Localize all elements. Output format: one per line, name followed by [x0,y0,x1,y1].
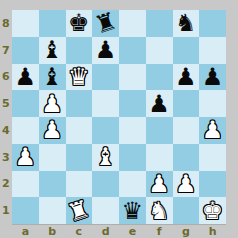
square-a5[interactable] [12,90,39,117]
piece-white-pawn[interactable]: ♟ [202,118,224,142]
square-h5[interactable] [199,90,226,117]
piece-white-rook[interactable]: ♜ [65,196,93,225]
square-b7[interactable]: ♝ [39,37,66,64]
square-c8[interactable]: ♚ [66,10,93,37]
piece-black-queen[interactable]: ♛ [122,199,144,223]
square-g7[interactable] [173,37,200,64]
square-a4[interactable] [12,117,39,144]
file-label-h: h [199,224,226,238]
square-d1[interactable] [92,197,119,224]
square-g5[interactable] [173,90,200,117]
file-label-d: d [92,224,119,238]
square-h7[interactable] [199,37,226,64]
square-d8[interactable]: ♜ [92,10,119,37]
square-b5[interactable]: ♟ [39,90,66,117]
piece-black-king[interactable]: ♚ [68,11,90,35]
square-c3[interactable] [66,144,93,171]
square-d3[interactable]: ♝ [92,144,119,171]
square-h6[interactable]: ♟ [199,64,226,91]
square-c1[interactable]: ♜ [66,197,93,224]
piece-white-pawn[interactable]: ♟ [148,172,170,196]
square-g3[interactable] [173,144,200,171]
square-f6[interactable] [146,64,173,91]
piece-white-pawn[interactable]: ♟ [175,172,197,196]
square-c5[interactable] [66,90,93,117]
square-c4[interactable] [66,117,93,144]
square-e2[interactable] [119,171,146,198]
square-e1[interactable]: ♛ [119,197,146,224]
square-e5[interactable] [119,90,146,117]
square-h3[interactable] [199,144,226,171]
file-label-f: f [146,224,173,238]
square-b3[interactable] [39,144,66,171]
square-b2[interactable] [39,171,66,198]
square-a8[interactable] [12,10,39,37]
piece-black-pawn[interactable]: ♟ [202,65,224,89]
square-d5[interactable] [92,90,119,117]
rank-label-2: 2 [0,171,12,198]
rank-label-7: 7 [0,37,12,64]
rank-label-3: 3 [0,144,12,171]
square-e8[interactable] [119,10,146,37]
piece-white-knight[interactable]: ♞ [148,199,170,223]
piece-black-bishop[interactable]: ♝ [41,65,63,89]
piece-black-pawn[interactable]: ♟ [95,38,117,62]
square-a1[interactable] [12,197,39,224]
square-f8[interactable] [146,10,173,37]
square-c6[interactable]: ♛ [66,64,93,91]
piece-black-rook[interactable]: ♜ [92,9,120,38]
piece-black-pawn[interactable]: ♟ [148,92,170,116]
square-e7[interactable] [119,37,146,64]
square-b1[interactable] [39,197,66,224]
square-h8[interactable] [199,10,226,37]
rank-label-5: 5 [0,90,12,117]
square-c2[interactable] [66,171,93,198]
square-g1[interactable] [173,197,200,224]
file-label-c: c [66,224,93,238]
square-d7[interactable]: ♟ [92,37,119,64]
piece-white-king[interactable]: ♚ [202,199,224,223]
square-e4[interactable] [119,117,146,144]
file-coordinates: abcdefgh [12,224,226,238]
square-a2[interactable] [12,171,39,198]
rank-label-1: 1 [0,197,12,224]
piece-white-pawn[interactable]: ♟ [41,118,63,142]
square-d6[interactable] [92,64,119,91]
file-label-b: b [39,224,66,238]
file-label-e: e [119,224,146,238]
square-g4[interactable] [173,117,200,144]
square-a7[interactable] [12,37,39,64]
square-e3[interactable] [119,144,146,171]
square-f2[interactable]: ♟ [146,171,173,198]
square-f5[interactable]: ♟ [146,90,173,117]
file-label-g: g [173,224,200,238]
square-f4[interactable] [146,117,173,144]
square-h1[interactable]: ♚ [199,197,226,224]
rank-coordinates: 87654321 [0,10,12,224]
chess-app-window: { "game": "chess", "position": { "fen": … [0,0,238,238]
chess-board[interactable]: ♚♜♞♝♟♟♝♛♟♟♟♟♟♟♟♝♟♟♜♛♞♚ [12,10,226,225]
piece-white-bishop[interactable]: ♝ [95,145,117,169]
square-b4[interactable]: ♟ [39,117,66,144]
piece-black-bishop[interactable]: ♝ [41,38,63,62]
square-f3[interactable] [146,144,173,171]
file-label-a: a [12,224,39,238]
square-h4[interactable]: ♟ [199,117,226,144]
piece-white-pawn[interactable]: ♟ [15,145,37,169]
square-d4[interactable] [92,117,119,144]
square-c7[interactable] [66,37,93,64]
square-b8[interactable] [39,10,66,37]
square-a6[interactable]: ♟ [12,64,39,91]
piece-black-pawn[interactable]: ♟ [15,65,37,89]
piece-black-knight[interactable]: ♞ [175,11,197,35]
rank-label-4: 4 [0,117,12,144]
piece-white-queen[interactable]: ♛ [68,65,90,89]
square-g2[interactable]: ♟ [173,171,200,198]
square-f1[interactable]: ♞ [146,197,173,224]
rank-label-8: 8 [0,10,12,37]
square-h2[interactable] [199,171,226,198]
square-b6[interactable]: ♝ [39,64,66,91]
square-f7[interactable] [146,37,173,64]
square-g8[interactable]: ♞ [173,10,200,37]
square-e6[interactable] [119,64,146,91]
rank-label-6: 6 [0,64,12,91]
piece-black-pawn[interactable]: ♟ [175,65,197,89]
square-a3[interactable]: ♟ [12,144,39,171]
piece-white-pawn[interactable]: ♟ [41,92,63,116]
square-d2[interactable] [92,171,119,198]
square-g6[interactable]: ♟ [173,64,200,91]
